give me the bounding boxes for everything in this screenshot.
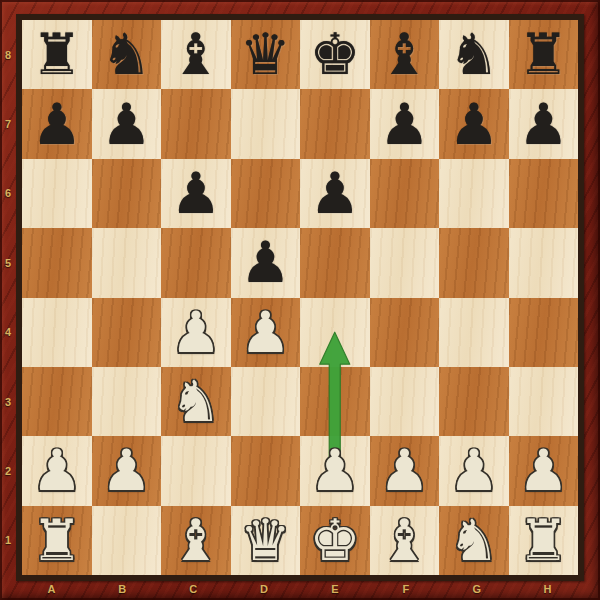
square-a2[interactable]: ♟ [22,436,92,505]
square-c8[interactable]: ♝ [161,20,231,89]
square-b5[interactable] [92,228,162,297]
square-b8[interactable]: ♞ [92,20,162,89]
square-b1[interactable] [92,506,162,575]
piece-white-pawn[interactable]: ♟ [170,298,221,367]
square-h3[interactable] [509,367,579,436]
square-d5[interactable]: ♟ [231,228,301,297]
square-a4[interactable] [22,298,92,367]
piece-white-pawn[interactable]: ♟ [518,436,569,505]
square-f8[interactable]: ♝ [370,20,440,89]
square-d7[interactable] [231,89,301,158]
piece-black-pawn[interactable]: ♟ [309,159,360,228]
square-d1[interactable]: ♛ [231,506,301,575]
file-label-a: A [16,580,87,598]
file-labels: ABCDEFGH [16,580,583,598]
piece-black-queen[interactable]: ♛ [240,20,291,89]
square-a5[interactable] [22,228,92,297]
piece-black-bishop[interactable]: ♝ [170,20,221,89]
piece-white-bishop[interactable]: ♝ [379,506,430,575]
rank-label-7: 7 [0,89,16,158]
square-c6[interactable]: ♟ [161,159,231,228]
square-e8[interactable]: ♚ [300,20,370,89]
square-h2[interactable]: ♟ [509,436,579,505]
piece-black-knight[interactable]: ♞ [101,20,152,89]
square-g1[interactable]: ♞ [439,506,509,575]
square-d4[interactable]: ♟ [231,298,301,367]
piece-black-bishop[interactable]: ♝ [379,20,430,89]
square-c4[interactable]: ♟ [161,298,231,367]
piece-white-knight[interactable]: ♞ [448,506,499,575]
square-a1[interactable]: ♜ [22,506,92,575]
rank-label-3: 3 [0,367,16,436]
square-e7[interactable] [300,89,370,158]
square-c7[interactable] [161,89,231,158]
square-f6[interactable] [370,159,440,228]
square-g2[interactable]: ♟ [439,436,509,505]
piece-black-pawn[interactable]: ♟ [448,90,499,159]
square-b6[interactable] [92,159,162,228]
piece-white-queen[interactable]: ♛ [240,506,291,575]
piece-white-pawn[interactable]: ♟ [448,436,499,505]
file-label-f: F [370,580,441,598]
file-label-c: C [158,580,229,598]
file-label-e: E [300,580,371,598]
square-d2[interactable] [231,436,301,505]
piece-black-knight[interactable]: ♞ [448,20,499,89]
chessboard-frame: 87654321 ABCDEFGH ♜♞♝♛♚♝♞♜♟♟♟♟♟♟♟♟♟♟♞♟♟♟… [0,0,600,600]
rank-labels: 87654321 [0,20,16,575]
piece-white-pawn[interactable]: ♟ [101,436,152,505]
piece-black-pawn[interactable]: ♟ [101,90,152,159]
square-d3[interactable] [231,367,301,436]
square-f4[interactable] [370,298,440,367]
square-e1[interactable]: ♚ [300,506,370,575]
file-label-d: D [229,580,300,598]
rank-label-6: 6 [0,159,16,228]
square-h8[interactable]: ♜ [509,20,579,89]
piece-white-knight[interactable]: ♞ [170,367,221,436]
piece-white-rook[interactable]: ♜ [31,506,82,575]
square-a7[interactable]: ♟ [22,89,92,158]
square-a3[interactable] [22,367,92,436]
square-g6[interactable] [439,159,509,228]
rank-label-2: 2 [0,436,16,505]
square-g5[interactable] [439,228,509,297]
piece-white-bishop[interactable]: ♝ [170,506,221,575]
piece-black-pawn[interactable]: ♟ [170,159,221,228]
square-a8[interactable]: ♜ [22,20,92,89]
square-b3[interactable] [92,367,162,436]
square-f3[interactable] [370,367,440,436]
square-h4[interactable] [509,298,579,367]
file-label-h: H [512,580,583,598]
square-d6[interactable] [231,159,301,228]
rank-label-5: 5 [0,228,16,297]
square-c3[interactable]: ♞ [161,367,231,436]
rank-label-8: 8 [0,20,16,89]
rank-label-1: 1 [0,506,16,575]
square-b2[interactable]: ♟ [92,436,162,505]
file-label-b: B [87,580,158,598]
square-e5[interactable] [300,228,370,297]
square-f2[interactable]: ♟ [370,436,440,505]
square-b4[interactable] [92,298,162,367]
square-h1[interactable]: ♜ [509,506,579,575]
piece-white-pawn[interactable]: ♟ [240,298,291,367]
square-c1[interactable]: ♝ [161,506,231,575]
piece-white-king[interactable]: ♚ [309,506,360,575]
square-f7[interactable]: ♟ [370,89,440,158]
piece-white-pawn[interactable]: ♟ [309,436,360,505]
square-b7[interactable]: ♟ [92,89,162,158]
square-f5[interactable] [370,228,440,297]
piece-black-pawn[interactable]: ♟ [31,90,82,159]
square-h5[interactable] [509,228,579,297]
rank-label-4: 4 [0,298,16,367]
square-d8[interactable]: ♛ [231,20,301,89]
square-g3[interactable] [439,367,509,436]
file-label-g: G [441,580,512,598]
piece-black-rook[interactable]: ♜ [518,20,569,89]
square-e4[interactable] [300,298,370,367]
square-h7[interactable]: ♟ [509,89,579,158]
chessboard: ♜♞♝♛♚♝♞♜♟♟♟♟♟♟♟♟♟♟♞♟♟♟♟♟♟♜♝♛♚♝♞♜ [16,14,584,581]
piece-black-pawn[interactable]: ♟ [518,90,569,159]
square-e3[interactable] [300,367,370,436]
piece-black-king[interactable]: ♚ [309,20,360,89]
piece-white-pawn[interactable]: ♟ [379,436,430,505]
square-g7[interactable]: ♟ [439,89,509,158]
square-g8[interactable]: ♞ [439,20,509,89]
square-a6[interactable] [22,159,92,228]
piece-black-rook[interactable]: ♜ [31,20,82,89]
piece-white-pawn[interactable]: ♟ [31,436,82,505]
square-e6[interactable]: ♟ [300,159,370,228]
square-e2[interactable]: ♟ [300,436,370,505]
square-g4[interactable] [439,298,509,367]
square-h6[interactable] [509,159,579,228]
square-c5[interactable] [161,228,231,297]
piece-black-pawn[interactable]: ♟ [240,228,291,297]
piece-black-pawn[interactable]: ♟ [379,90,430,159]
square-f1[interactable]: ♝ [370,506,440,575]
square-c2[interactable] [161,436,231,505]
piece-white-rook[interactable]: ♜ [518,506,569,575]
